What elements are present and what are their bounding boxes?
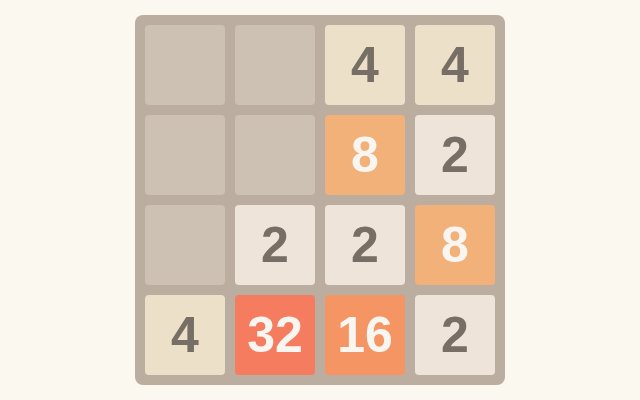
- empty-cell: [145, 205, 225, 285]
- game-stage: 4482228432162: [0, 0, 640, 400]
- tile-4: 4: [145, 295, 225, 375]
- page: { "game": "2048", "position": { "notatio…: [0, 0, 640, 400]
- board-2048[interactable]: 4482228432162: [135, 15, 505, 385]
- tile-2: 2: [415, 295, 495, 375]
- tile-2: 2: [325, 205, 405, 285]
- empty-cell: [145, 115, 225, 195]
- tile-16: 16: [325, 295, 405, 375]
- empty-cell: [235, 25, 315, 105]
- tile-2: 2: [235, 205, 315, 285]
- tile-8: 8: [325, 115, 405, 195]
- tile-2: 2: [415, 115, 495, 195]
- empty-cell: [235, 115, 315, 195]
- empty-cell: [145, 25, 225, 105]
- tile-4: 4: [325, 25, 405, 105]
- tile-32: 32: [235, 295, 315, 375]
- tile-4: 4: [415, 25, 495, 105]
- tile-8: 8: [415, 205, 495, 285]
